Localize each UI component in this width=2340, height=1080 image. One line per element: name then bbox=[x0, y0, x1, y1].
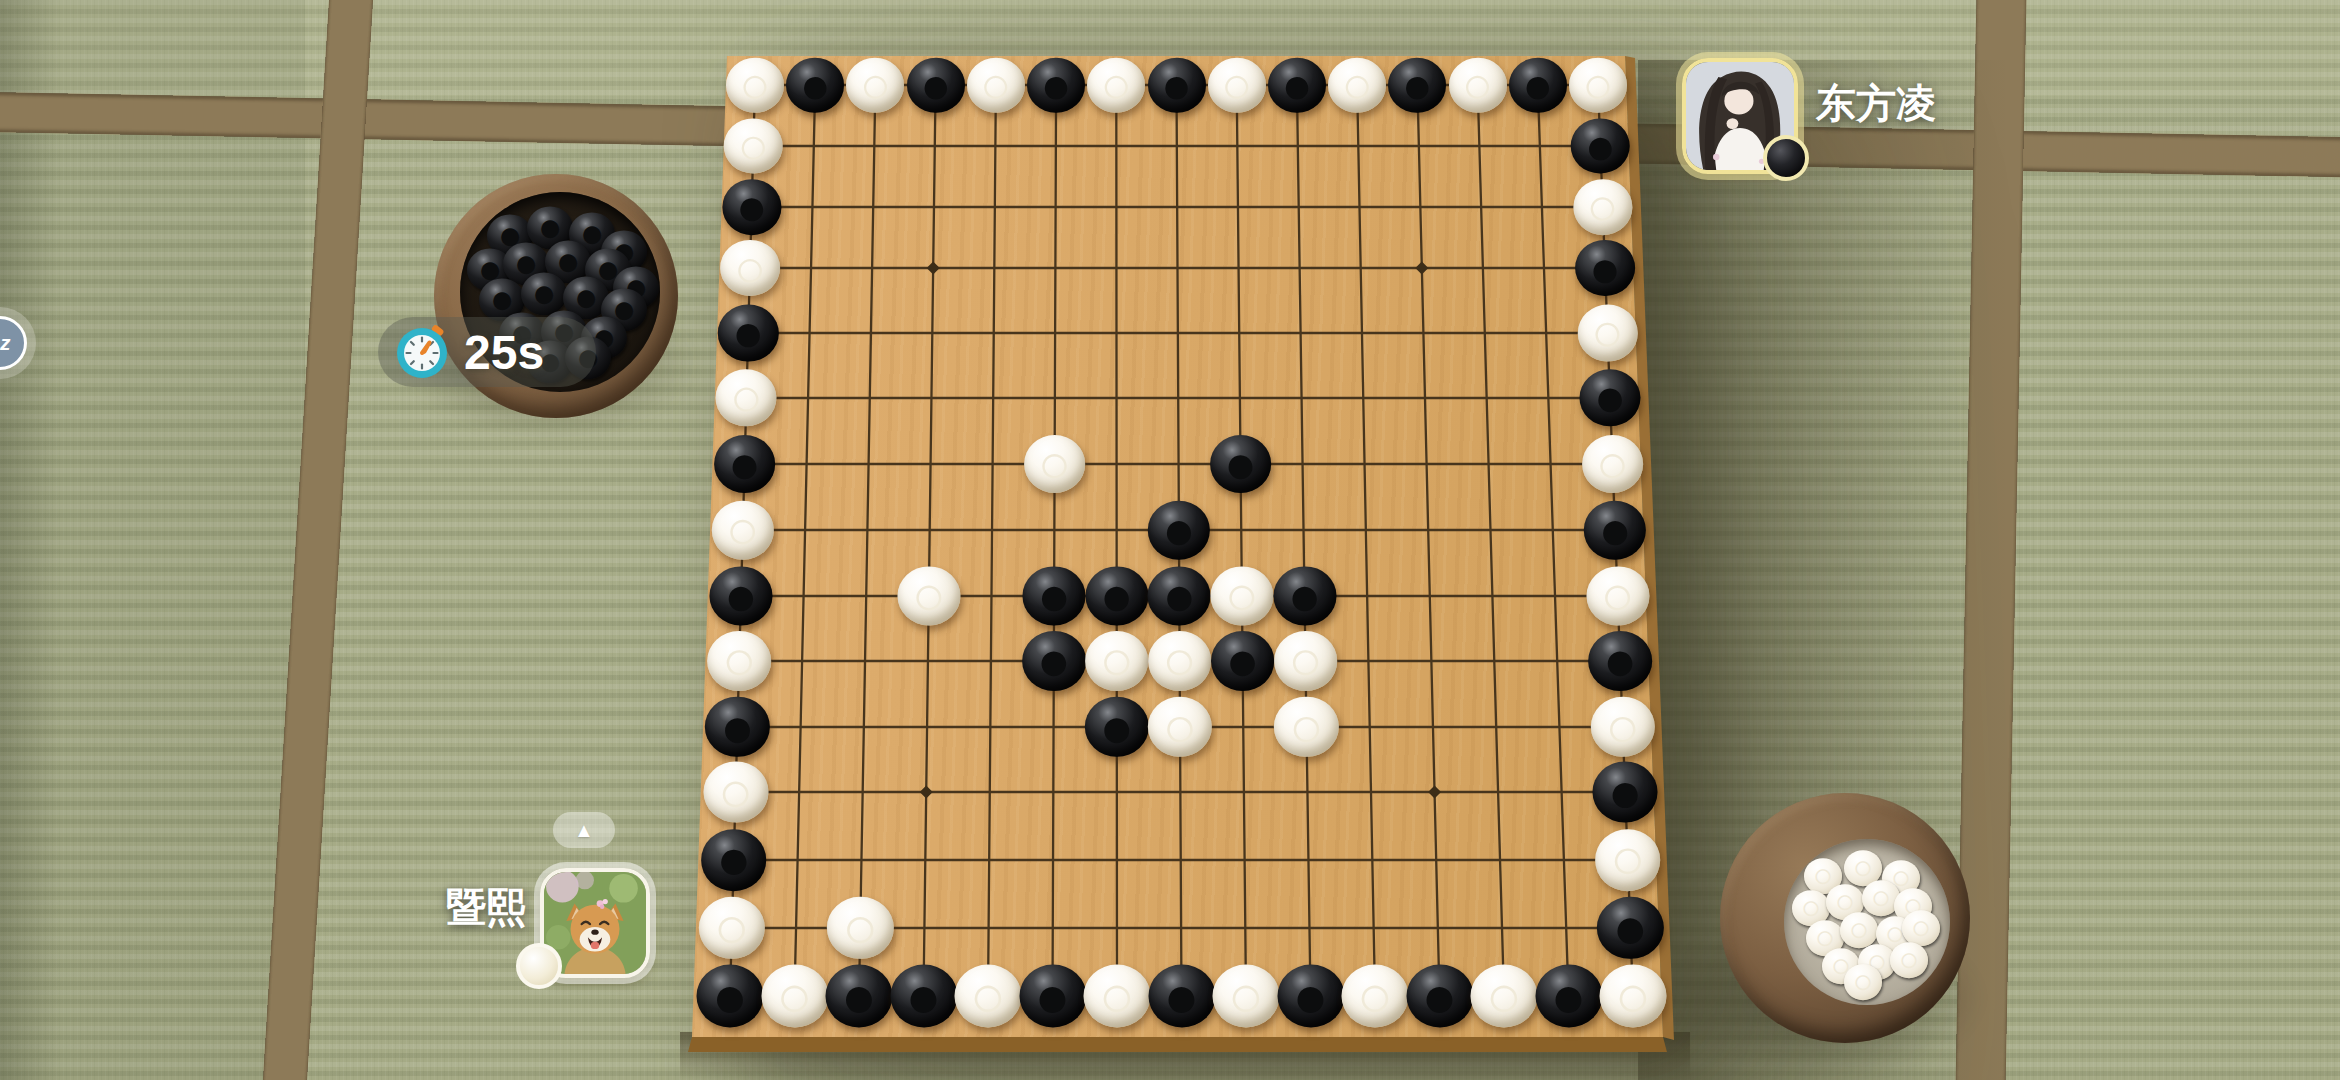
white-stone: ○ bbox=[967, 58, 1025, 113]
white-stone: ○ bbox=[1024, 435, 1086, 493]
black-stone: ● bbox=[1273, 566, 1336, 625]
white-stone: ○ bbox=[699, 897, 765, 959]
white-stone: ○ bbox=[1148, 631, 1212, 691]
white-stone: ○ bbox=[1569, 58, 1627, 113]
white-stone: ○ bbox=[716, 369, 777, 426]
black-stone: ● bbox=[1571, 118, 1630, 173]
black-stone: ● bbox=[709, 566, 772, 625]
black-stone: ● bbox=[1388, 58, 1446, 113]
black-stone: ● bbox=[890, 965, 957, 1028]
white-stone: ○ bbox=[1084, 965, 1151, 1028]
white-stone: ○ bbox=[703, 761, 768, 822]
black-stone: ● bbox=[1579, 369, 1640, 426]
black-stone: ● bbox=[1575, 240, 1635, 296]
player-color-badge-white bbox=[516, 943, 562, 989]
black-stone: ● bbox=[786, 58, 844, 113]
white-stone: ○ bbox=[1328, 58, 1386, 113]
black-stone: ● bbox=[722, 179, 781, 235]
black-stone: ● bbox=[1148, 58, 1206, 113]
move-timer: 25s bbox=[378, 317, 596, 387]
black-stone: ● bbox=[1023, 566, 1086, 625]
white-stone: ○ bbox=[846, 58, 904, 113]
white-stone: ○ bbox=[1274, 631, 1338, 691]
timer-value: 25s bbox=[464, 325, 544, 380]
white-stone: ○ bbox=[1573, 179, 1632, 235]
black-stone: ● bbox=[701, 829, 767, 891]
black-stone: ● bbox=[1584, 501, 1646, 560]
black-stone: ● bbox=[1022, 631, 1086, 691]
game-screen: ●●●●●●●●●●●●●●●●●● ○○○○○○○○○○○○○○○ ○●○●○… bbox=[0, 0, 2340, 1080]
black-stone: ● bbox=[1593, 761, 1658, 822]
black-stone: ● bbox=[1027, 58, 1085, 113]
black-stone: ● bbox=[1019, 965, 1086, 1028]
white-stone: ○ bbox=[1087, 58, 1145, 113]
white-stone: ○ bbox=[1586, 566, 1649, 625]
player-name: 暨熙 bbox=[446, 880, 526, 935]
white-stone: ○ bbox=[827, 897, 893, 959]
white-stone: ○ bbox=[1471, 965, 1538, 1028]
white-stone: ○ bbox=[707, 631, 771, 691]
white-stone: ○ bbox=[1342, 965, 1409, 1028]
player-color-badge-black bbox=[1763, 135, 1809, 181]
black-stone: ● bbox=[826, 965, 893, 1028]
black-stone: ● bbox=[1588, 631, 1652, 691]
white-stone: ○ bbox=[1577, 305, 1637, 362]
white-stone: ○ bbox=[1085, 631, 1149, 691]
white-stone: ○ bbox=[1213, 965, 1280, 1028]
black-stone: ● bbox=[1268, 58, 1326, 113]
white-stone: ○ bbox=[1600, 965, 1667, 1028]
white-stone: ○ bbox=[720, 240, 780, 296]
white-stone: ○ bbox=[1208, 58, 1266, 113]
black-stone: ● bbox=[1211, 631, 1275, 691]
black-stone: ● bbox=[1277, 965, 1344, 1028]
black-stone: ● bbox=[697, 965, 764, 1028]
black-stone: ● bbox=[1148, 501, 1210, 560]
black-stone: ● bbox=[1085, 566, 1148, 625]
white-stone: ○ bbox=[1148, 697, 1212, 757]
black-stone: ● bbox=[907, 58, 965, 113]
sleep-indicator-label: zz bbox=[0, 331, 12, 355]
white-stone: ○ bbox=[955, 965, 1022, 1028]
white-stone: ○ bbox=[1449, 58, 1507, 113]
black-stone: ● bbox=[714, 435, 776, 493]
stone-layer: ○●○●○●○●○●○●○●○○●●○○●●○○●●○●○○●●●○●●●○●○… bbox=[0, 0, 2340, 1080]
black-stone: ● bbox=[1509, 58, 1567, 113]
white-stone: ○ bbox=[1210, 566, 1273, 625]
white-stone: ○ bbox=[1582, 435, 1644, 493]
black-stone: ● bbox=[718, 305, 778, 362]
white-stone: ○ bbox=[1590, 697, 1654, 757]
stopwatch-icon bbox=[394, 324, 450, 380]
opponent-name: 东方凌 bbox=[1816, 76, 1936, 131]
black-stone: ● bbox=[705, 697, 769, 757]
black-stone: ● bbox=[1148, 566, 1211, 625]
black-stone: ● bbox=[1085, 697, 1149, 757]
black-stone: ● bbox=[1597, 897, 1663, 959]
white-stone: ○ bbox=[1274, 697, 1338, 757]
white-stone: ○ bbox=[761, 965, 828, 1028]
white-stone: ○ bbox=[897, 566, 960, 625]
white-stone: ○ bbox=[1595, 829, 1661, 891]
white-stone: ○ bbox=[712, 501, 774, 560]
chevron-up-icon: ▲ bbox=[574, 819, 594, 842]
white-stone: ○ bbox=[726, 58, 784, 113]
white-stone: ○ bbox=[724, 118, 783, 173]
black-stone: ● bbox=[1210, 435, 1272, 493]
black-stone: ● bbox=[1535, 965, 1602, 1028]
black-stone: ● bbox=[1406, 965, 1473, 1028]
expand-button[interactable]: ▲ bbox=[553, 812, 615, 848]
black-stone: ● bbox=[1148, 965, 1215, 1028]
